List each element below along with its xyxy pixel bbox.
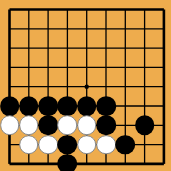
black-stone [135, 115, 155, 135]
black-stone [38, 96, 58, 116]
board-cell[interactable] [96, 154, 115, 171]
board-cell[interactable] [58, 96, 77, 115]
board-cell[interactable] [38, 19, 57, 38]
black-stone [96, 115, 116, 135]
board-cell[interactable] [19, 0, 38, 19]
board-cell[interactable] [135, 116, 154, 135]
board-cell[interactable] [135, 38, 154, 57]
board-cell[interactable] [154, 135, 171, 154]
board-cell[interactable] [77, 135, 96, 154]
board-cell[interactable] [116, 154, 135, 171]
board-cell[interactable] [116, 96, 135, 115]
black-stone [77, 96, 97, 116]
board-cell[interactable] [0, 0, 19, 19]
board-cell[interactable] [154, 96, 171, 115]
board-cell[interactable] [135, 58, 154, 77]
board-cell[interactable] [0, 58, 19, 77]
board-cell[interactable] [116, 116, 135, 135]
white-stone [19, 115, 39, 135]
board-cell[interactable] [96, 19, 115, 38]
board-cell[interactable] [135, 77, 154, 96]
board-cell[interactable] [116, 135, 135, 154]
board-cell[interactable] [135, 135, 154, 154]
white-stone [96, 135, 116, 155]
board-cell[interactable] [38, 135, 57, 154]
board-cell[interactable] [38, 116, 57, 135]
board-cell[interactable] [116, 58, 135, 77]
board-cell[interactable] [154, 19, 171, 38]
board-cell[interactable] [19, 135, 38, 154]
board-cell[interactable] [154, 58, 171, 77]
board-cell[interactable] [135, 0, 154, 19]
board-cell[interactable] [77, 19, 96, 38]
board-cell[interactable] [0, 38, 19, 57]
board-cell[interactable] [58, 0, 77, 19]
board-cell[interactable] [19, 77, 38, 96]
board-cell[interactable] [58, 38, 77, 57]
board-cell[interactable] [96, 96, 115, 115]
black-stone [19, 96, 39, 116]
board-cell[interactable] [96, 77, 115, 96]
board-cell[interactable] [77, 0, 96, 19]
white-stone [19, 135, 39, 155]
board-cell[interactable] [154, 38, 171, 57]
black-stone [58, 135, 78, 155]
board-cell[interactable] [0, 77, 19, 96]
board-cell[interactable] [0, 154, 19, 171]
white-stone [38, 135, 58, 155]
board-cell[interactable] [58, 154, 77, 171]
board-cell[interactable] [19, 96, 38, 115]
board-cell[interactable] [38, 0, 57, 19]
board-cell[interactable] [154, 0, 171, 19]
board-cell[interactable] [135, 19, 154, 38]
board-cell[interactable] [58, 116, 77, 135]
white-stone [77, 115, 97, 135]
board-cell[interactable] [58, 77, 77, 96]
board-cell[interactable] [77, 116, 96, 135]
board-cell[interactable] [38, 96, 57, 115]
board-cell[interactable] [116, 38, 135, 57]
board-cell[interactable] [77, 77, 96, 96]
go-board-screenshot [0, 0, 171, 171]
board-cell[interactable] [0, 96, 19, 115]
board-cell[interactable] [19, 154, 38, 171]
goban [0, 0, 171, 171]
board-cell[interactable] [135, 154, 154, 171]
black-stone [96, 96, 116, 116]
white-stone [77, 135, 97, 155]
black-stone [0, 96, 19, 116]
board-cell[interactable] [96, 116, 115, 135]
board-cell[interactable] [0, 19, 19, 38]
black-stone [58, 154, 78, 171]
board-cell[interactable] [19, 58, 38, 77]
board-cell[interactable] [154, 77, 171, 96]
board-cell[interactable] [96, 38, 115, 57]
board-cell[interactable] [77, 58, 96, 77]
board-cell[interactable] [77, 96, 96, 115]
board-cell[interactable] [96, 135, 115, 154]
white-stone [0, 115, 19, 135]
board-cell[interactable] [116, 77, 135, 96]
board-cell[interactable] [0, 116, 19, 135]
board-cell[interactable] [19, 19, 38, 38]
board-cell[interactable] [0, 135, 19, 154]
board-cell[interactable] [38, 38, 57, 57]
board-cell[interactable] [77, 154, 96, 171]
board-cell[interactable] [19, 116, 38, 135]
board-cell[interactable] [154, 154, 171, 171]
board-cell[interactable] [38, 58, 57, 77]
board-cell[interactable] [38, 77, 57, 96]
black-stone [38, 115, 58, 135]
board-cell[interactable] [58, 58, 77, 77]
board-cell[interactable] [19, 38, 38, 57]
board-cell[interactable] [135, 96, 154, 115]
board-cell[interactable] [154, 116, 171, 135]
black-stone [115, 135, 135, 155]
board-cell[interactable] [58, 19, 77, 38]
white-stone [58, 115, 78, 135]
board-cell[interactable] [77, 38, 96, 57]
board-cell[interactable] [38, 154, 57, 171]
board-cell[interactable] [58, 135, 77, 154]
board-cell[interactable] [96, 58, 115, 77]
board-cell[interactable] [116, 19, 135, 38]
board-cell[interactable] [96, 0, 115, 19]
board-cell[interactable] [116, 0, 135, 19]
black-stone [58, 96, 78, 116]
